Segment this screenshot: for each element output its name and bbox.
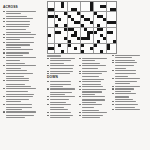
clue-line-blur — [112, 93, 140, 94]
clue-line-blur — [3, 52, 36, 53]
clue-text-blur — [50, 88, 75, 89]
clue-text-blur — [50, 84, 70, 85]
crossword-page: ACROSS DOWN — [0, 0, 150, 150]
clues-column-4 — [112, 55, 140, 113]
clue-line-blur — [112, 76, 140, 77]
clue-line-blur — [47, 86, 75, 87]
clue-line-blur — [47, 60, 75, 61]
clue-text-blur — [6, 115, 33, 116]
clue-text-blur — [50, 94, 65, 95]
clue-text-blur — [82, 91, 102, 92]
clue-text-blur — [6, 117, 25, 118]
clue-line-blur — [3, 70, 36, 71]
clue-text-blur — [82, 89, 106, 90]
clue-text-blur — [82, 79, 103, 80]
clue-line-blur — [79, 63, 107, 64]
clue-text-blur — [50, 68, 73, 69]
clue-number-blur — [112, 70, 114, 71]
clue-line-blur — [3, 80, 36, 81]
clue-number-blur — [47, 71, 49, 72]
clue-text-blur — [50, 60, 70, 61]
clue-number-blur — [112, 88, 114, 89]
down-header: DOWN — [47, 76, 75, 79]
clue-text-blur — [115, 55, 140, 56]
clue-number-blur — [112, 60, 114, 61]
clue-text-blur — [82, 99, 104, 100]
clue-number-blur — [112, 86, 114, 87]
clue-line-blur — [112, 99, 140, 100]
clue-text-blur — [82, 68, 97, 69]
clue-text-blur — [6, 44, 29, 45]
clue-number-blur — [79, 58, 81, 59]
clue-line-blur — [112, 65, 140, 66]
clue-number-blur — [112, 62, 114, 63]
clue-line-blur — [79, 107, 107, 108]
down-clue-lines — [47, 81, 75, 118]
clue-text-blur — [50, 81, 71, 82]
clue-line-blur — [112, 68, 140, 69]
clues-column-2: DOWN — [47, 58, 75, 123]
clue-number-blur — [79, 89, 81, 90]
clue-text-blur — [115, 107, 134, 108]
clue-text-blur — [82, 84, 101, 85]
clue-number-blur — [47, 73, 49, 74]
clue-line-blur — [3, 16, 36, 17]
clue-text-blur — [115, 109, 140, 110]
clue-line-blur — [47, 94, 75, 95]
clue-line-blur — [3, 117, 36, 118]
clue-text-blur — [6, 57, 36, 58]
clue-line-blur — [112, 55, 140, 56]
clue-line-blur — [3, 91, 36, 92]
clue-text-blur — [6, 94, 33, 95]
clue-line-blur — [3, 26, 36, 27]
clue-line-blur — [47, 99, 75, 100]
clue-text-blur — [6, 73, 33, 74]
clue-text-blur — [6, 39, 19, 40]
across-clues-column: ACROSS — [3, 6, 36, 119]
clue-number-blur — [47, 96, 49, 97]
clue-text-blur — [115, 78, 140, 79]
clue-line-blur — [3, 60, 36, 61]
clue-text-blur — [82, 107, 94, 108]
clue-number-blur — [3, 57, 5, 58]
clue-number-blur — [112, 101, 114, 102]
clue-line-blur — [3, 96, 36, 97]
clue-number-blur — [47, 58, 49, 59]
clue-line-blur — [47, 73, 75, 74]
clue-text-blur — [6, 99, 29, 100]
clue-text-blur — [82, 81, 101, 82]
clue-line-blur — [3, 68, 36, 69]
clue-line-blur — [3, 32, 36, 33]
clue-line-blur — [47, 65, 75, 66]
clue-text-blur — [115, 76, 127, 77]
clue-line-blur — [3, 94, 36, 95]
clue-line-blur — [79, 104, 107, 105]
clue-text-blur — [6, 68, 21, 69]
clue-text-blur — [6, 96, 33, 97]
clue-number-blur — [47, 104, 49, 105]
clue-text-blur — [6, 86, 31, 87]
clue-number-blur — [3, 65, 5, 66]
clue-number-blur — [79, 115, 81, 116]
clue-line-blur — [112, 88, 140, 89]
crossword-grid — [47, 1, 117, 54]
clue-lines-col4 — [112, 55, 140, 110]
clue-text-blur — [82, 76, 98, 77]
across-header: ACROSS — [3, 6, 36, 9]
clue-text-blur — [6, 76, 23, 77]
clue-text-blur — [82, 117, 99, 118]
clue-line-blur — [3, 65, 36, 66]
clue-text-blur — [82, 94, 95, 95]
clue-line-blur — [79, 68, 107, 69]
clue-number-blur — [3, 34, 5, 35]
clue-text-blur — [115, 101, 135, 102]
clue-line-blur — [47, 104, 75, 105]
clue-line-blur — [3, 86, 36, 87]
clue-line-blur — [47, 115, 75, 116]
clue-line-blur — [3, 101, 36, 102]
clue-text-blur — [50, 73, 70, 74]
clue-line-blur — [79, 60, 107, 61]
clue-line-blur — [3, 104, 36, 105]
clue-line-blur — [47, 107, 75, 108]
clue-lines-before-down — [47, 58, 75, 74]
clue-text-blur — [6, 104, 32, 105]
clue-line-blur — [79, 81, 107, 82]
clue-text-blur — [82, 58, 107, 59]
clue-text-blur — [50, 109, 68, 110]
clue-number-blur — [3, 80, 5, 81]
clue-line-blur — [112, 104, 140, 105]
clue-number-blur — [79, 81, 81, 82]
clue-text-blur — [6, 101, 21, 102]
clue-line-blur — [112, 70, 140, 71]
clue-number-blur — [47, 112, 49, 113]
clue-text-blur — [115, 83, 130, 84]
clue-text-blur — [6, 78, 29, 79]
clue-line-blur — [112, 107, 140, 108]
clue-text-blur — [115, 104, 138, 105]
clue-line-blur — [79, 96, 107, 97]
clue-number-blur — [79, 112, 81, 113]
clue-line-blur — [112, 86, 140, 87]
clue-text-blur — [50, 96, 75, 97]
clue-text-blur — [82, 102, 96, 103]
clue-text-blur — [115, 60, 134, 61]
clue-line-blur — [79, 86, 107, 87]
clue-line-blur — [3, 73, 36, 74]
clue-number-blur — [47, 65, 49, 66]
clue-number-blur — [79, 86, 81, 87]
clue-line-blur — [112, 91, 140, 92]
clue-number-blur — [3, 37, 5, 38]
clue-line-blur — [3, 47, 36, 48]
grid-caption-blur — [47, 55, 61, 56]
clue-text-blur — [6, 13, 21, 14]
clue-number-blur — [112, 93, 114, 94]
clue-text-blur — [6, 21, 29, 22]
clue-line-blur — [47, 71, 75, 72]
clue-text-blur — [115, 96, 128, 97]
clue-text-blur — [6, 34, 36, 35]
clue-number-blur — [3, 18, 5, 19]
clue-text-blur — [82, 60, 95, 61]
clue-line-blur — [47, 58, 75, 59]
clue-line-blur — [47, 112, 75, 113]
clue-text-blur — [6, 84, 25, 85]
clue-text-blur — [6, 47, 21, 48]
clue-text-blur — [115, 93, 136, 94]
clue-number-blur — [112, 104, 114, 105]
clue-line-blur — [3, 21, 36, 22]
clue-line-blur — [112, 62, 140, 63]
clue-number-blur — [3, 42, 5, 43]
clue-line-blur — [79, 84, 107, 85]
clue-line-blur — [3, 76, 36, 77]
clue-line-blur — [79, 91, 107, 92]
clue-number-blur — [47, 115, 49, 116]
clue-number-blur — [79, 65, 81, 66]
clue-line-blur — [79, 79, 107, 80]
clue-text-blur — [6, 109, 22, 110]
clue-text-blur — [50, 102, 66, 103]
clue-number-blur — [3, 88, 5, 89]
clue-text-blur — [6, 63, 25, 64]
clue-line-blur — [79, 76, 107, 77]
clue-text-blur — [115, 57, 132, 58]
clue-line-blur — [79, 110, 107, 111]
clue-line-blur — [112, 60, 140, 61]
clue-number-blur — [79, 104, 81, 105]
clue-line-blur — [47, 96, 75, 97]
clue-text-blur — [6, 32, 31, 33]
clue-number-blur — [3, 104, 5, 105]
clue-line-blur — [3, 39, 36, 40]
clue-line-blur — [112, 96, 140, 97]
clue-text-blur — [82, 71, 107, 72]
clue-text-blur — [6, 111, 36, 112]
clue-text-blur — [50, 104, 71, 105]
clue-line-blur — [47, 68, 75, 69]
clue-number-blur — [47, 88, 49, 89]
clue-text-blur — [115, 81, 137, 82]
clue-line-blur — [3, 99, 36, 100]
clues-column-3 — [79, 58, 107, 120]
clue-text-blur — [6, 29, 25, 30]
clue-text-blur — [50, 99, 69, 100]
clue-text-blur — [115, 68, 126, 69]
clue-line-blur — [112, 83, 140, 84]
clue-text-blur — [6, 70, 26, 71]
clue-line-blur — [79, 117, 107, 118]
clue-text-blur — [50, 92, 72, 93]
clue-line-blur — [47, 88, 75, 89]
clue-line-blur — [3, 111, 36, 112]
clue-text-blur — [6, 37, 34, 38]
clue-text-blur — [6, 65, 36, 66]
clue-text-blur — [6, 16, 27, 17]
across-clue-lines — [3, 11, 36, 118]
clue-text-blur — [6, 11, 36, 12]
clue-line-blur — [112, 78, 140, 79]
clue-text-blur — [50, 63, 63, 64]
clue-text-blur — [82, 65, 106, 66]
clue-text-blur — [115, 65, 133, 66]
clue-line-blur — [3, 11, 36, 12]
clue-line-blur — [3, 107, 36, 108]
clue-number-blur — [3, 73, 5, 74]
clue-line-blur — [3, 49, 36, 50]
clue-text-blur — [50, 65, 74, 66]
clue-line-blur — [79, 71, 107, 72]
clue-line-blur — [3, 84, 36, 85]
clue-line-blur — [47, 109, 75, 110]
clue-text-blur — [6, 24, 29, 25]
clue-line-blur — [79, 58, 107, 59]
clue-number-blur — [3, 49, 5, 50]
clue-line-blur — [3, 42, 36, 43]
clue-text-blur — [50, 112, 70, 113]
clue-number-blur — [3, 11, 5, 12]
clue-line-blur — [79, 65, 107, 66]
clue-text-blur — [6, 55, 22, 56]
clue-line-blur — [47, 81, 75, 82]
clue-number-blur — [3, 21, 5, 22]
clue-lines-col3 — [79, 58, 107, 118]
clue-text-blur — [115, 86, 140, 87]
clue-text-blur — [6, 107, 32, 108]
clue-line-blur — [112, 101, 140, 102]
clue-text-blur — [115, 70, 136, 71]
clue-number-blur — [3, 111, 5, 112]
clue-number-blur — [3, 96, 5, 97]
clue-line-blur — [47, 92, 75, 93]
clue-line-blur — [3, 37, 36, 38]
clue-line-blur — [47, 63, 75, 64]
clue-text-blur — [115, 99, 133, 100]
clue-number-blur — [3, 26, 5, 27]
clue-line-blur — [47, 117, 75, 118]
clue-text-blur — [82, 73, 102, 74]
clue-line-blur — [3, 115, 36, 116]
clue-line-blur — [3, 18, 36, 19]
clue-line-blur — [3, 44, 36, 45]
clue-text-blur — [50, 86, 62, 87]
clue-number-blur — [79, 71, 81, 72]
clue-text-blur — [115, 91, 131, 92]
clue-line-blur — [47, 102, 75, 103]
clue-number-blur — [112, 55, 114, 56]
clue-line-blur — [112, 57, 140, 58]
clue-line-blur — [3, 29, 36, 30]
clue-line-blur — [112, 109, 140, 110]
clue-line-blur — [79, 89, 107, 90]
clue-number-blur — [79, 96, 81, 97]
clue-text-blur — [50, 115, 73, 116]
clue-line-blur — [79, 112, 107, 113]
clue-text-blur — [6, 80, 28, 81]
clue-text-blur — [6, 49, 32, 50]
clue-line-blur — [79, 115, 107, 116]
clue-number-blur — [47, 99, 49, 100]
clue-text-blur — [115, 88, 134, 89]
clue-line-blur — [3, 88, 36, 89]
clue-line-blur — [3, 109, 36, 110]
clue-text-blur — [82, 86, 103, 87]
clue-line-blur — [79, 94, 107, 95]
clue-text-blur — [115, 73, 135, 74]
clue-line-blur — [3, 55, 36, 56]
clue-text-blur — [82, 110, 98, 111]
clue-line-blur — [3, 57, 36, 58]
clue-text-blur — [82, 104, 101, 105]
clue-text-blur — [82, 96, 105, 97]
clue-line-blur — [3, 63, 36, 64]
clue-line-blur — [79, 102, 107, 103]
clue-line-blur — [3, 34, 36, 35]
clue-text-blur — [6, 26, 29, 27]
clue-text-blur — [6, 52, 29, 53]
clue-text-blur — [50, 107, 63, 108]
clue-number-blur — [47, 81, 49, 82]
clue-line-blur — [3, 13, 36, 14]
clue-text-blur — [50, 58, 74, 59]
clue-text-blur — [50, 71, 73, 72]
clue-line-blur — [3, 24, 36, 25]
clue-number-blur — [112, 78, 114, 79]
clue-text-blur — [82, 63, 100, 64]
clue-line-blur — [3, 78, 36, 79]
clue-text-blur — [6, 60, 19, 61]
clue-text-blur — [50, 117, 69, 118]
clue-line-blur — [112, 81, 140, 82]
clue-text-blur — [82, 112, 107, 113]
clue-line-blur — [79, 73, 107, 74]
clue-number-blur — [3, 52, 5, 53]
clue-text-blur — [82, 115, 103, 116]
clue-line-blur — [79, 99, 107, 100]
clue-text-blur — [6, 18, 33, 19]
clue-number-blur — [79, 73, 81, 74]
clue-text-blur — [6, 42, 33, 43]
clue-text-blur — [6, 91, 28, 92]
clue-text-blur — [115, 62, 137, 63]
clue-text-blur — [6, 88, 36, 89]
clue-line-blur — [112, 73, 140, 74]
clue-line-blur — [47, 84, 75, 85]
clue-number-blur — [112, 109, 114, 110]
grid-cell[interactable] — [113, 50, 116, 53]
